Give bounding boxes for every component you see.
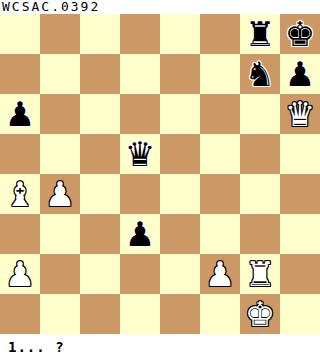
black-king-h8: ♚ bbox=[285, 14, 315, 54]
black-rook-g8: ♜ bbox=[245, 14, 275, 54]
square-e2[interactable] bbox=[160, 254, 200, 294]
square-h8[interactable]: ♚ bbox=[280, 14, 320, 54]
square-b2[interactable] bbox=[40, 254, 80, 294]
square-a3[interactable] bbox=[0, 214, 40, 254]
square-h4[interactable] bbox=[280, 174, 320, 214]
square-e1[interactable] bbox=[160, 294, 200, 334]
square-d7[interactable] bbox=[120, 54, 160, 94]
square-d2[interactable] bbox=[120, 254, 160, 294]
move-prompt: 1... ? bbox=[0, 334, 320, 360]
square-h3[interactable] bbox=[280, 214, 320, 254]
square-g3[interactable] bbox=[240, 214, 280, 254]
square-f1[interactable] bbox=[200, 294, 240, 334]
black-knight-g7: ♞ bbox=[245, 54, 275, 94]
square-g5[interactable] bbox=[240, 134, 280, 174]
square-b3[interactable] bbox=[40, 214, 80, 254]
square-g6[interactable] bbox=[240, 94, 280, 134]
square-h5[interactable] bbox=[280, 134, 320, 174]
white-rook-g2: ♜ bbox=[245, 254, 275, 294]
square-a1[interactable] bbox=[0, 294, 40, 334]
square-a4[interactable]: ♝ bbox=[0, 174, 40, 214]
square-g8[interactable]: ♜ bbox=[240, 14, 280, 54]
square-e6[interactable] bbox=[160, 94, 200, 134]
black-queen-d5: ♛ bbox=[125, 134, 155, 174]
square-c4[interactable] bbox=[80, 174, 120, 214]
square-f4[interactable] bbox=[200, 174, 240, 214]
square-a8[interactable] bbox=[0, 14, 40, 54]
square-b6[interactable] bbox=[40, 94, 80, 134]
chess-board: ♜♚♞♟♟♛♛♝♟♟♟♟♜♚ bbox=[0, 14, 320, 334]
square-e5[interactable] bbox=[160, 134, 200, 174]
square-d3[interactable]: ♟ bbox=[120, 214, 160, 254]
square-a6[interactable]: ♟ bbox=[0, 94, 40, 134]
square-e8[interactable] bbox=[160, 14, 200, 54]
white-king-g1: ♚ bbox=[245, 294, 275, 334]
square-b8[interactable] bbox=[40, 14, 80, 54]
square-f6[interactable] bbox=[200, 94, 240, 134]
white-bishop-a4: ♝ bbox=[5, 174, 35, 214]
white-queen-h6: ♛ bbox=[285, 94, 315, 134]
square-d4[interactable] bbox=[120, 174, 160, 214]
square-g7[interactable]: ♞ bbox=[240, 54, 280, 94]
square-a7[interactable] bbox=[0, 54, 40, 94]
square-b5[interactable] bbox=[40, 134, 80, 174]
square-h6[interactable]: ♛ bbox=[280, 94, 320, 134]
square-g1[interactable]: ♚ bbox=[240, 294, 280, 334]
square-c1[interactable] bbox=[80, 294, 120, 334]
white-pawn-b4: ♟ bbox=[45, 174, 75, 214]
square-f2[interactable]: ♟ bbox=[200, 254, 240, 294]
puzzle-id: WCSAC.0392 bbox=[0, 0, 320, 14]
square-g2[interactable]: ♜ bbox=[240, 254, 280, 294]
square-e4[interactable] bbox=[160, 174, 200, 214]
square-g4[interactable] bbox=[240, 174, 280, 214]
square-f7[interactable] bbox=[200, 54, 240, 94]
square-c7[interactable] bbox=[80, 54, 120, 94]
square-d5[interactable]: ♛ bbox=[120, 134, 160, 174]
square-h1[interactable] bbox=[280, 294, 320, 334]
square-b4[interactable]: ♟ bbox=[40, 174, 80, 214]
square-e7[interactable] bbox=[160, 54, 200, 94]
square-d8[interactable] bbox=[120, 14, 160, 54]
square-h2[interactable] bbox=[280, 254, 320, 294]
square-f8[interactable] bbox=[200, 14, 240, 54]
square-b1[interactable] bbox=[40, 294, 80, 334]
square-c5[interactable] bbox=[80, 134, 120, 174]
square-a2[interactable]: ♟ bbox=[0, 254, 40, 294]
black-pawn-h7: ♟ bbox=[285, 54, 315, 94]
black-pawn-d3: ♟ bbox=[125, 214, 155, 254]
square-f3[interactable] bbox=[200, 214, 240, 254]
white-pawn-f2: ♟ bbox=[205, 254, 235, 294]
square-b7[interactable] bbox=[40, 54, 80, 94]
square-f5[interactable] bbox=[200, 134, 240, 174]
square-c2[interactable] bbox=[80, 254, 120, 294]
white-pawn-a2: ♟ bbox=[5, 254, 35, 294]
square-c8[interactable] bbox=[80, 14, 120, 54]
square-h7[interactable]: ♟ bbox=[280, 54, 320, 94]
black-pawn-a6: ♟ bbox=[5, 94, 35, 134]
square-e3[interactable] bbox=[160, 214, 200, 254]
square-c6[interactable] bbox=[80, 94, 120, 134]
square-d1[interactable] bbox=[120, 294, 160, 334]
square-c3[interactable] bbox=[80, 214, 120, 254]
square-a5[interactable] bbox=[0, 134, 40, 174]
square-d6[interactable] bbox=[120, 94, 160, 134]
